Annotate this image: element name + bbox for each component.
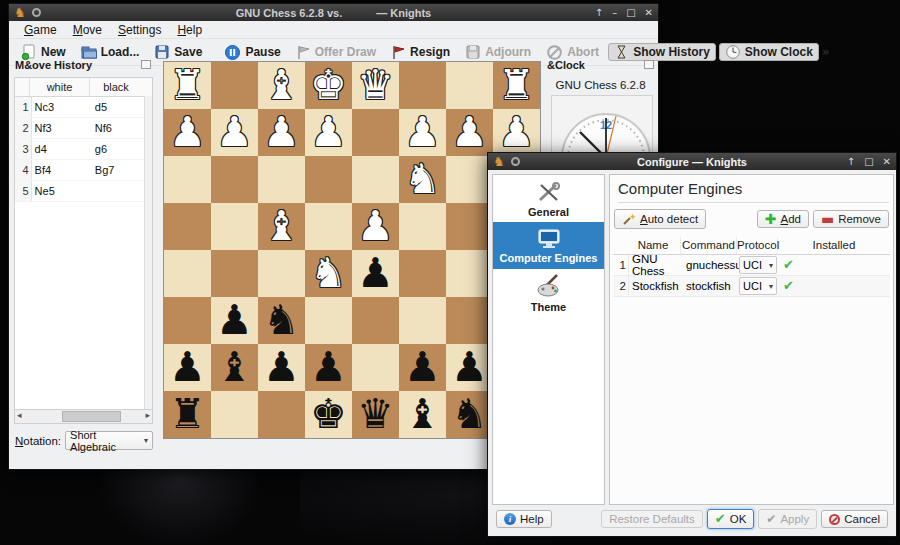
piece-black-pawn[interactable]: ♟	[446, 344, 493, 391]
tools-icon	[536, 180, 562, 204]
black-move[interactable]: Bg7	[92, 160, 152, 180]
square-e8[interactable]: ♚	[305, 391, 352, 438]
column-header-white[interactable]: white	[30, 78, 90, 96]
square-e2[interactable]: ♟	[305, 109, 352, 156]
square-h2[interactable]: ♟	[164, 109, 211, 156]
piece-black-queen[interactable]: ♛	[352, 391, 399, 438]
engine-name-cell[interactable]: GNU Chess	[629, 253, 683, 277]
adjourn-button: Adjourn	[459, 43, 537, 61]
chevron-down-icon: ▾	[144, 436, 148, 445]
piece-white-pawn[interactable]: ♟	[164, 109, 211, 156]
piece-white-pawn[interactable]: ♟	[352, 203, 399, 250]
square-c8[interactable]: ♝	[399, 391, 446, 438]
toolbar-overflow-button[interactable]: »	[822, 45, 832, 59]
white-move[interactable]: Bf4	[32, 160, 92, 180]
history-row: 5Ne5	[15, 181, 152, 202]
engine-row-number: 1	[613, 255, 629, 275]
cancel-icon	[829, 514, 840, 525]
engine-command-cell[interactable]: gnuchessu	[683, 259, 738, 271]
notation-label: Notation:	[15, 435, 61, 447]
move-number: 4	[15, 160, 32, 180]
engine-name-label: GNU Chess 6.2.8	[545, 79, 656, 91]
piece-black-knight[interactable]: ♞	[446, 391, 493, 438]
square-e4[interactable]	[305, 203, 352, 250]
dialog-footer: i Help Restore Defaults ✔ OK ✔ Apply Can…	[492, 506, 892, 532]
square-b6[interactable]	[446, 297, 493, 344]
square-b8[interactable]: ♞	[446, 391, 493, 438]
sidebar-item-computer-engines[interactable]: Computer Engines	[493, 222, 604, 269]
square-g6[interactable]: ♟	[211, 297, 258, 344]
square-h7[interactable]: ♟	[164, 344, 211, 391]
black-move[interactable]: Nf6	[92, 118, 152, 138]
square-b7[interactable]: ♟	[446, 344, 493, 391]
auto-detect-button[interactable]: ✦ Auto detect	[614, 209, 706, 229]
piece-black-knight[interactable]: ♞	[258, 297, 305, 344]
square-f6[interactable]: ♞	[258, 297, 305, 344]
piece-white-bishop[interactable]: ♝	[258, 62, 305, 109]
offer-draw-button: Offer Draw	[290, 43, 382, 61]
square-d4[interactable]: ♟	[352, 203, 399, 250]
square-a2[interactable]: ♟	[493, 109, 540, 156]
move-history-dock-title: M&ove History	[13, 57, 153, 72]
piece-white-bishop[interactable]: ♝	[258, 203, 305, 250]
restore-defaults-button: Restore Defaults	[601, 510, 703, 528]
move-history-table: white black 1Nc3d52Nf3Nf63d4g64Bf4Bg75Ne…	[14, 77, 153, 410]
white-move[interactable]: d4	[32, 139, 92, 159]
square-g3[interactable]	[211, 156, 258, 203]
piece-white-queen[interactable]: ♛	[352, 62, 399, 109]
piece-white-pawn[interactable]: ♟	[258, 109, 305, 156]
piece-black-pawn[interactable]: ♟	[258, 344, 305, 391]
history-header-row: white black	[15, 78, 152, 97]
square-e1[interactable]: ♚	[305, 62, 352, 109]
square-f7[interactable]: ♟	[258, 344, 305, 391]
engine-row-number: 2	[613, 276, 629, 296]
close-button[interactable]: ✕	[645, 7, 653, 18]
engine-protocol-cell: UCI▾	[738, 256, 778, 274]
ok-button[interactable]: ✔ OK	[707, 509, 755, 529]
magic-wand-icon: ✦	[622, 212, 636, 226]
square-h3[interactable]	[164, 156, 211, 203]
piece-white-pawn[interactable]: ♟	[399, 109, 446, 156]
history-row: 4Bf4Bg7	[15, 160, 152, 181]
piece-black-pawn[interactable]: ♟	[352, 250, 399, 297]
square-g5[interactable]	[211, 250, 258, 297]
square-a1[interactable]: ♜	[493, 62, 540, 109]
piece-black-pawn[interactable]: ♟	[164, 344, 211, 391]
chevron-down-icon: ▾	[769, 261, 773, 270]
square-g1[interactable]	[211, 62, 258, 109]
column-header-command[interactable]: Command	[681, 237, 737, 254]
red-flag-icon	[391, 44, 406, 60]
piece-white-knight[interactable]: ♞	[399, 156, 446, 203]
engine-name-cell[interactable]: Stockfish	[629, 280, 683, 292]
square-h8[interactable]: ♜	[164, 391, 211, 438]
maximize-button[interactable]: □	[626, 7, 635, 18]
square-c5[interactable]	[399, 250, 446, 297]
protocol-combobox[interactable]: UCI▾	[739, 277, 777, 295]
square-c6[interactable]	[399, 297, 446, 344]
gray-floppy-icon	[465, 44, 481, 60]
column-header-black[interactable]: black	[90, 78, 142, 96]
square-d2[interactable]	[352, 109, 399, 156]
engine-command-cell[interactable]: stockfish	[683, 280, 738, 292]
remove-engine-button[interactable]: ▬ Remove	[813, 210, 889, 228]
square-b2[interactable]: ♟	[446, 109, 493, 156]
square-f8[interactable]	[258, 391, 305, 438]
square-f5[interactable]	[258, 250, 305, 297]
piece-white-king[interactable]: ♚	[305, 62, 352, 109]
plus-icon: ✚	[765, 213, 777, 225]
app-knight-icon: ♞	[14, 6, 26, 19]
installed-check-icon: ✔	[783, 257, 794, 272]
move-number: 1	[15, 97, 32, 117]
history-row: 2Nf3Nf6	[15, 118, 152, 139]
gray-flag-icon	[296, 44, 311, 60]
piece-black-king[interactable]: ♚	[305, 391, 352, 438]
square-g4[interactable]	[211, 203, 258, 250]
floppy-disk-icon	[154, 44, 170, 60]
square-g7[interactable]: ♝	[211, 344, 258, 391]
dock-float-button[interactable]	[141, 60, 151, 69]
square-c1[interactable]	[399, 62, 446, 109]
check-icon: ✔	[766, 512, 776, 526]
gamepad-theme-icon	[535, 273, 563, 299]
square-d6[interactable]	[352, 297, 399, 344]
scroll-left-arrow-icon[interactable]: ◂	[17, 410, 22, 421]
save-button[interactable]: Save	[148, 43, 208, 61]
square-d8[interactable]: ♛	[352, 391, 399, 438]
black-move[interactable]: g6	[92, 139, 152, 159]
history-row: 1Nc3d5	[15, 97, 152, 118]
add-engine-button[interactable]: ✚ Add	[757, 210, 809, 228]
history-horizontal-scrollbar[interactable]: ◂ ▸	[14, 409, 153, 424]
clock-dock-title: &Clock	[545, 57, 656, 72]
piece-white-rook[interactable]: ♜	[493, 62, 540, 109]
resign-button[interactable]: Resign	[385, 43, 456, 61]
square-b4[interactable]	[446, 203, 493, 250]
menu-settings[interactable]: Settings	[111, 23, 168, 37]
menu-move[interactable]: Move	[66, 23, 109, 37]
square-c7[interactable]: ♟	[399, 344, 446, 391]
apply-button: ✔ Apply	[758, 509, 817, 529]
dialog-body: General Computer Engines Theme Computer …	[490, 172, 894, 534]
check-icon: ✔	[715, 512, 726, 526]
minimize-button[interactable]: –	[612, 7, 617, 18]
square-b5[interactable]	[446, 250, 493, 297]
cancel-button[interactable]: Cancel	[821, 510, 888, 528]
square-h5[interactable]	[164, 250, 211, 297]
square-g2[interactable]: ♟	[211, 109, 258, 156]
piece-white-rook[interactable]: ♜	[164, 62, 211, 109]
piece-white-pawn[interactable]: ♟	[446, 109, 493, 156]
history-vertical-scrollbar[interactable]	[144, 96, 152, 409]
square-f2[interactable]: ♟	[258, 109, 305, 156]
close-button[interactable]: ✕	[883, 156, 891, 167]
engines-table: Name Command Protocol Installed 1GNU Che…	[613, 237, 890, 297]
pause-button[interactable]: Pause	[218, 43, 286, 62]
dialog-title: Configure — Knights	[488, 156, 896, 168]
square-e3[interactable]	[305, 156, 352, 203]
square-e7[interactable]: ♟	[305, 344, 352, 391]
square-d7[interactable]	[352, 344, 399, 391]
pin-icon[interactable]	[511, 157, 520, 166]
protocol-combobox[interactable]: UCI▾	[739, 256, 777, 274]
dialog-titlebar[interactable]: ♞ Configure — Knights ↑ □ ✕	[488, 153, 896, 170]
square-c2[interactable]: ♟	[399, 109, 446, 156]
piece-black-pawn[interactable]: ♟	[305, 344, 352, 391]
square-h4[interactable]	[164, 203, 211, 250]
piece-white-pawn[interactable]: ♟	[493, 109, 540, 156]
move-number: 5	[15, 181, 32, 201]
main-titlebar[interactable]: ♞ GNU Chess 6.2.8 vs.— Knights ↑ – □ ✕	[9, 4, 658, 21]
engine-installed-cell: ✔	[778, 279, 890, 293]
square-f3[interactable]	[258, 156, 305, 203]
square-e6[interactable]	[305, 297, 352, 344]
column-header-protocol[interactable]: Protocol	[737, 237, 778, 254]
computer-monitor-icon	[536, 228, 562, 250]
engine-installed-cell: ✔	[778, 258, 890, 272]
configure-dialog: ♞ Configure — Knights ↑ □ ✕ General Comp…	[487, 152, 897, 537]
scroll-right-arrow-icon[interactable]: ▸	[145, 410, 150, 421]
engines-panel: Computer Engines ✦ Auto detect ✚ Add ▬ R…	[609, 174, 894, 505]
notation-combobox[interactable]: Short Algebraic ▾	[65, 431, 153, 450]
square-b3[interactable]	[446, 156, 493, 203]
piece-white-knight[interactable]: ♞	[305, 250, 352, 297]
square-f4[interactable]: ♝	[258, 203, 305, 250]
sidebar-item-theme[interactable]: Theme	[493, 269, 604, 316]
square-h1[interactable]: ♜	[164, 62, 211, 109]
keep-above-button[interactable]: ↑	[595, 7, 603, 18]
dock-float-button[interactable]	[644, 60, 654, 69]
history-row: 3d4g6	[15, 139, 152, 160]
page-title: Computer Engines	[610, 175, 893, 202]
engine-protocol-cell: UCI▾	[738, 277, 778, 295]
chess-board[interactable]: ♜♝♚♛♜♟♟♟♟♟♟♟♞♝♟♞♟♟♞♟♝♟♟♟♟♟♜♚♛♝♞♜	[163, 61, 541, 439]
info-icon: i	[504, 513, 516, 525]
square-h6[interactable]	[164, 297, 211, 344]
settings-sidebar: General Computer Engines Theme	[492, 174, 605, 505]
piece-black-pawn[interactable]: ♟	[399, 344, 446, 391]
square-c3[interactable]: ♞	[399, 156, 446, 203]
maximize-button[interactable]: □	[864, 156, 873, 167]
black-move[interactable]	[92, 181, 152, 201]
clock-icon	[725, 44, 741, 60]
white-move[interactable]: Ne5	[32, 181, 92, 201]
column-header-installed[interactable]: Installed	[778, 237, 890, 254]
square-g8[interactable]	[211, 391, 258, 438]
column-header-name[interactable]: Name	[626, 237, 681, 254]
square-e5[interactable]: ♞	[305, 250, 352, 297]
piece-black-pawn[interactable]: ♟	[211, 297, 258, 344]
engine-row: 1GNU ChessgnuchessuUCI▾✔	[613, 255, 890, 276]
piece-black-bishop[interactable]: ♝	[211, 344, 258, 391]
move-history-dock: M&ove History white black 1Nc3d52Nf3Nf63…	[13, 57, 153, 454]
pause-icon	[224, 44, 241, 61]
square-f1[interactable]: ♝	[258, 62, 305, 109]
engine-row: 2StockfishstockfishUCI▾✔	[613, 276, 890, 297]
installed-check-icon: ✔	[783, 278, 794, 293]
pin-icon[interactable]	[32, 8, 41, 17]
menubar: Game Move Settings Help	[9, 21, 658, 39]
piece-black-rook[interactable]: ♜	[164, 391, 211, 438]
square-d5[interactable]: ♟	[352, 250, 399, 297]
square-d1[interactable]: ♛	[352, 62, 399, 109]
white-move[interactable]: Nc3	[32, 97, 92, 117]
square-d3[interactable]	[352, 156, 399, 203]
scrollbar-thumb[interactable]	[62, 411, 122, 422]
menu-help[interactable]: Help	[170, 23, 209, 37]
piece-black-bishop[interactable]: ♝	[399, 391, 446, 438]
svg-text:✦: ✦	[629, 212, 636, 222]
white-move[interactable]: Nf3	[32, 118, 92, 138]
main-window-title: GNU Chess 6.2.8 vs.— Knights	[9, 7, 658, 19]
show-clock-toggle[interactable]: Show Clock	[719, 43, 819, 61]
move-number: 3	[15, 139, 32, 159]
app-knight-icon: ♞	[493, 155, 505, 168]
help-button[interactable]: i Help	[496, 510, 552, 528]
keep-above-button[interactable]: ↑	[847, 156, 855, 167]
square-b1[interactable]	[446, 62, 493, 109]
sidebar-item-general[interactable]: General	[493, 175, 604, 222]
black-move[interactable]: d5	[92, 97, 152, 117]
menu-game[interactable]: Game	[17, 23, 64, 37]
move-number: 2	[15, 118, 32, 138]
chevron-down-icon: ▾	[769, 282, 773, 291]
piece-white-pawn[interactable]: ♟	[305, 109, 352, 156]
minus-icon: ▬	[821, 214, 834, 224]
piece-white-pawn[interactable]: ♟	[211, 109, 258, 156]
square-c4[interactable]	[399, 203, 446, 250]
